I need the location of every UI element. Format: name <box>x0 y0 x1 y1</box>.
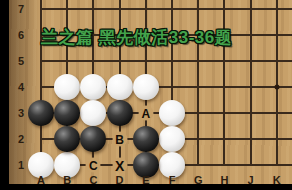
black-stone <box>133 126 159 152</box>
problem-title: 兰之篇 黑先做活33-36题 <box>41 26 232 49</box>
row-label-7: 7 <box>18 3 24 15</box>
row-label-3: 3 <box>18 107 24 119</box>
marker-a[interactable]: A <box>138 106 153 121</box>
row-label-5: 5 <box>18 55 24 67</box>
black-stone <box>80 126 106 152</box>
white-stone <box>80 74 106 100</box>
row-label-6: 6 <box>18 29 24 41</box>
black-stone <box>28 100 54 126</box>
marker-x[interactable]: X <box>112 158 127 173</box>
row-label-1: 1 <box>18 159 24 171</box>
white-stone <box>54 74 80 100</box>
black-stone <box>54 126 80 152</box>
black-stone <box>54 100 80 126</box>
row-label-4: 4 <box>18 81 24 93</box>
go-problem-screenshot: ABCX7654321ABCDEFGHJK 兰之篇 黑先做活33-36题 <box>0 0 292 190</box>
white-stone <box>107 74 133 100</box>
marker-c[interactable]: C <box>86 158 101 173</box>
white-stone <box>80 100 106 126</box>
bottom-letterbox <box>0 184 292 190</box>
black-stone <box>107 100 133 126</box>
marker-b[interactable]: B <box>112 132 127 147</box>
white-stone <box>133 74 159 100</box>
left-letterbox <box>0 0 9 190</box>
row-label-2: 2 <box>18 133 24 145</box>
star-point <box>274 85 279 90</box>
white-stone <box>159 126 185 152</box>
white-stone <box>159 100 185 126</box>
